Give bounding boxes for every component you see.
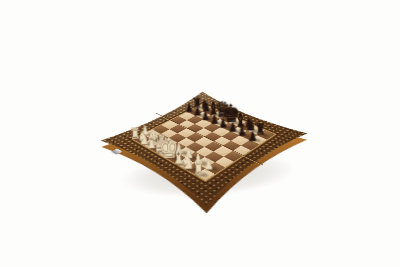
piece-white-rook-h1[interactable]: ♜ <box>192 161 205 179</box>
chess-board-grid: ♜♞♝♛♚♝♞♜♟♟♟♟♟♟♟♟♟♟♟♟♟♟♟♟♜♞♝♛♚♝♞♜ <box>133 104 274 180</box>
piece-black-pawn-g7[interactable]: ♟ <box>238 126 248 139</box>
product-photo-scene: ♜♞♝♛♚♝♞♜♟♟♟♟♟♟♟♟♟♟♟♟♟♟♟♟♜♞♝♛♚♝♞♜ <box>0 0 400 267</box>
piece-black-pawn-h7[interactable]: ♟ <box>248 130 258 143</box>
clasp-latch <box>112 148 123 154</box>
piece-black-pawn-e7[interactable]: ♟ <box>219 117 228 130</box>
